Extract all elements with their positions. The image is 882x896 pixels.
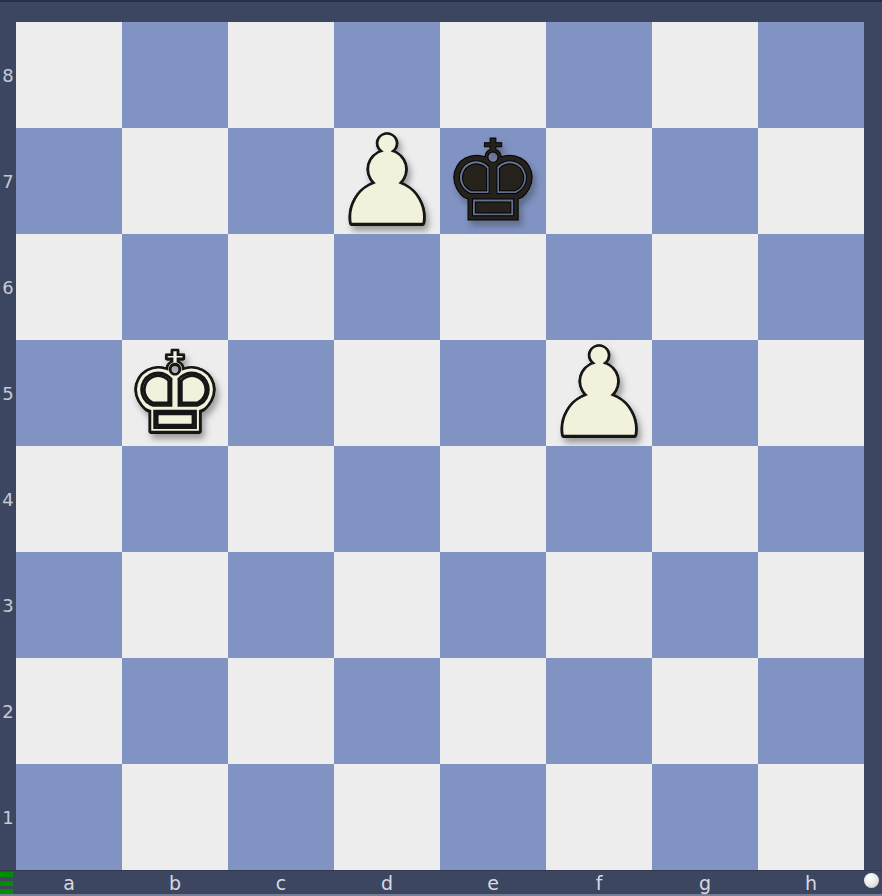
square-f4[interactable]	[546, 446, 652, 552]
square-c7[interactable]	[228, 128, 334, 234]
square-g3[interactable]	[652, 552, 758, 658]
square-f8[interactable]	[546, 22, 652, 128]
square-e3[interactable]	[440, 552, 546, 658]
rank-label-5: 5	[0, 340, 16, 446]
square-g6[interactable]	[652, 234, 758, 340]
square-b1[interactable]	[122, 764, 228, 870]
rank-label-6: 6	[0, 234, 16, 340]
square-g8[interactable]	[652, 22, 758, 128]
square-d3[interactable]	[334, 552, 440, 658]
square-e8[interactable]	[440, 22, 546, 128]
square-h3[interactable]	[758, 552, 864, 658]
square-c5[interactable]	[228, 340, 334, 446]
file-label-b: b	[122, 870, 228, 896]
square-d4[interactable]	[334, 446, 440, 552]
board-frame: ♟♚♚♟ 87654321 abcdefgh	[0, 0, 882, 896]
square-h7[interactable]	[758, 128, 864, 234]
square-d6[interactable]	[334, 234, 440, 340]
square-g1[interactable]	[652, 764, 758, 870]
white-pawn[interactable]: ♟	[331, 119, 442, 243]
square-d1[interactable]	[334, 764, 440, 870]
file-label-a: a	[16, 870, 122, 896]
square-a5[interactable]	[16, 340, 122, 446]
square-g5[interactable]	[652, 340, 758, 446]
square-d7[interactable]: ♟	[334, 128, 440, 234]
square-h5[interactable]	[758, 340, 864, 446]
square-h6[interactable]	[758, 234, 864, 340]
white-king[interactable]: ♚	[125, 337, 225, 449]
file-labels: abcdefgh	[16, 870, 864, 896]
square-g7[interactable]	[652, 128, 758, 234]
square-b7[interactable]	[122, 128, 228, 234]
black-king[interactable]: ♚	[443, 125, 543, 237]
file-label-d: d	[334, 870, 440, 896]
square-c8[interactable]	[228, 22, 334, 128]
square-a4[interactable]	[16, 446, 122, 552]
rank-labels: 87654321	[0, 22, 16, 870]
square-h2[interactable]	[758, 658, 864, 764]
rank-label-8: 8	[0, 22, 16, 128]
square-a8[interactable]	[16, 22, 122, 128]
chess-board: ♟♚♚♟	[16, 22, 864, 870]
square-d2[interactable]	[334, 658, 440, 764]
rank-label-4: 4	[0, 446, 16, 552]
square-a2[interactable]	[16, 658, 122, 764]
square-f2[interactable]	[546, 658, 652, 764]
square-e7[interactable]: ♚	[440, 128, 546, 234]
square-b5[interactable]: ♚	[122, 340, 228, 446]
file-label-c: c	[228, 870, 334, 896]
rank-label-2: 2	[0, 658, 16, 764]
square-g2[interactable]	[652, 658, 758, 764]
square-c2[interactable]	[228, 658, 334, 764]
rank-label-1: 1	[0, 764, 16, 870]
square-f7[interactable]	[546, 128, 652, 234]
square-e1[interactable]	[440, 764, 546, 870]
square-g4[interactable]	[652, 446, 758, 552]
square-b4[interactable]	[122, 446, 228, 552]
square-a1[interactable]	[16, 764, 122, 870]
square-h1[interactable]	[758, 764, 864, 870]
square-e2[interactable]	[440, 658, 546, 764]
square-a6[interactable]	[16, 234, 122, 340]
square-a3[interactable]	[16, 552, 122, 658]
hamburger-menu-icon[interactable]	[0, 872, 14, 894]
square-a7[interactable]	[16, 128, 122, 234]
square-f3[interactable]	[546, 552, 652, 658]
square-c4[interactable]	[228, 446, 334, 552]
square-c6[interactable]	[228, 234, 334, 340]
square-d5[interactable]	[334, 340, 440, 446]
square-c3[interactable]	[228, 552, 334, 658]
square-h8[interactable]	[758, 22, 864, 128]
square-h4[interactable]	[758, 446, 864, 552]
square-b2[interactable]	[122, 658, 228, 764]
menu-bar	[0, 889, 13, 894]
menu-bar	[0, 872, 13, 877]
file-label-f: f	[546, 870, 652, 896]
square-f5[interactable]: ♟	[546, 340, 652, 446]
square-c1[interactable]	[228, 764, 334, 870]
file-label-h: h	[758, 870, 864, 896]
file-label-g: g	[652, 870, 758, 896]
square-b8[interactable]	[122, 22, 228, 128]
square-e6[interactable]	[440, 234, 546, 340]
menu-bar	[0, 881, 13, 886]
square-e5[interactable]	[440, 340, 546, 446]
square-e4[interactable]	[440, 446, 546, 552]
white-pawn[interactable]: ♟	[543, 331, 654, 455]
square-f1[interactable]	[546, 764, 652, 870]
square-b6[interactable]	[122, 234, 228, 340]
rank-label-3: 3	[0, 552, 16, 658]
square-b3[interactable]	[122, 552, 228, 658]
file-label-e: e	[440, 870, 546, 896]
side-to-move-indicator	[864, 873, 879, 888]
rank-label-7: 7	[0, 128, 16, 234]
